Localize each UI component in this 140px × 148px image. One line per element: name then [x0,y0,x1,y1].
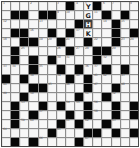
grid-cell[interactable] [102,111,110,119]
grid-cell[interactable] [11,84,19,92]
clue-number: 1 [3,2,5,5]
black-cell [121,65,129,73]
black-cell [66,2,74,10]
black-cell [75,20,83,28]
grid-cell[interactable]: 59 [20,120,28,128]
grid-cell[interactable] [48,93,56,101]
grid-cell[interactable] [130,47,138,55]
clue-number: 19 [39,38,43,41]
grid-cell[interactable] [29,47,37,55]
clue-number: 58 [94,110,98,113]
entered-letter: H [84,20,92,28]
grid-cell[interactable]: 13 [39,20,47,28]
grid-cell[interactable] [93,93,101,101]
black-cell [93,2,101,10]
grid-cell[interactable]: 20 [48,38,56,46]
grid-cell[interactable]: 64 [2,129,10,137]
grid-cell[interactable] [39,129,47,137]
clue-number: 27 [76,47,80,50]
grid-cell[interactable] [121,93,129,101]
grid-cell[interactable]: 7 [112,2,120,10]
black-cell [75,65,83,73]
clue-number: 35 [39,65,43,68]
grid-cell[interactable] [112,75,120,83]
grid-cell[interactable]: 35 [39,65,47,73]
grid-cell[interactable]: 21 [66,38,74,46]
black-cell [11,120,19,128]
clue-number: 21 [66,38,70,41]
clue-number: 12 [3,20,7,23]
clue-number: 53 [21,101,25,104]
grid-cell[interactable]: 61 [66,120,74,128]
black-cell [48,56,56,64]
grid-cell[interactable] [48,65,56,73]
grid-cell[interactable] [121,111,129,119]
grid-cell[interactable] [2,138,10,146]
black-cell [29,84,37,92]
black-cell [102,47,110,55]
grid-cell[interactable] [20,84,28,92]
grid-cell[interactable]: 55 [75,102,83,110]
black-cell [130,29,138,37]
clue-number: 13 [39,20,43,23]
clue-number: 30 [57,56,61,59]
black-cell [130,102,138,110]
black-cell [29,138,37,146]
grid-cell[interactable] [57,138,65,146]
grid-cell[interactable] [2,102,10,110]
black-cell [11,11,19,19]
clue-number: 41 [94,74,98,77]
clue-number: 8 [130,2,132,5]
black-cell [48,29,56,37]
grid-cell[interactable]: 22 [93,38,101,46]
grid-cell[interactable]: 43 [121,75,129,83]
grid-cell[interactable] [102,129,110,137]
clue-number: 64 [3,128,7,131]
grid-cell[interactable] [130,138,138,146]
black-cell [66,47,74,55]
grid-cell[interactable] [29,11,37,19]
clue-number: 61 [66,119,70,122]
black-cell [11,29,19,37]
clue-number: 3 [57,2,59,5]
grid-cell[interactable] [66,138,74,146]
grid-cell[interactable] [39,2,47,10]
grid-cell[interactable] [130,20,138,28]
grid-cell[interactable] [93,29,101,37]
grid-cell[interactable]: H [84,20,92,28]
black-cell [48,129,56,137]
grid-cell[interactable] [75,56,83,64]
grid-cell[interactable]: 54 [66,102,74,110]
grid-cell[interactable]: 1 [2,2,10,10]
clue-number: 52 [112,92,116,95]
grid-cell[interactable] [121,120,129,128]
grid-cell[interactable]: 3 [57,2,65,10]
grid-cell[interactable]: 2 [29,2,37,10]
grid-cell[interactable] [66,20,74,28]
clue-number: 39 [57,74,61,77]
grid-cell[interactable] [66,65,74,73]
black-cell [84,102,92,110]
grid-cell[interactable] [130,84,138,92]
grid-cell[interactable]: 34 [11,65,19,73]
grid-cell[interactable] [48,102,56,110]
black-cell [102,120,110,128]
clue-number: 22 [94,38,98,41]
grid-cell[interactable] [48,2,56,10]
grid-cell[interactable] [20,111,28,119]
clue-number: 43 [121,74,125,77]
grid-cell[interactable]: 58 [93,111,101,119]
grid-cell[interactable] [112,11,120,19]
black-cell [66,75,74,83]
clue-number: 5 [85,2,87,5]
black-cell [93,56,101,64]
grid-cell[interactable] [11,129,19,137]
grid-cell[interactable] [20,138,28,146]
clue-number: 57 [39,110,43,113]
grid-cell[interactable]: 8 [130,2,138,10]
grid-cell[interactable]: 67 [84,138,92,146]
clue-number: 46 [66,83,70,86]
grid-cell[interactable]: 18 [2,38,10,46]
clue-number: 45 [48,83,52,86]
black-cell [84,129,92,137]
grid-cell[interactable]: 12 [2,20,10,28]
grid-cell[interactable]: 46 [66,84,74,92]
black-cell [75,93,83,101]
black-cell [112,84,120,92]
grid-cell[interactable]: 39 [57,75,65,83]
grid-cell[interactable] [93,20,101,28]
clue-number: 38 [30,74,34,77]
black-cell [130,111,138,119]
black-cell [48,11,56,19]
grid-cell[interactable]: 31 [66,56,74,64]
grid-cell[interactable] [11,38,19,46]
grid-cell[interactable] [130,65,138,73]
black-cell [29,65,37,73]
black-cell [112,129,120,137]
grid-cell[interactable] [84,56,92,64]
grid-cell[interactable]: 11 [93,11,101,19]
black-cell [39,11,47,19]
clue-number: 50 [30,92,34,95]
grid-cell[interactable]: 32 [102,56,110,64]
clue-number: 26 [57,47,61,50]
black-cell [39,102,47,110]
grid-cell[interactable] [29,129,37,137]
grid-cell[interactable] [112,138,120,146]
clue-number: 6 [103,2,105,5]
grid-cell[interactable] [121,129,129,137]
entered-letter: G [84,11,92,19]
black-cell [93,129,101,137]
black-cell [93,47,101,55]
clue-number: 37 [94,65,98,68]
clue-number: 54 [66,101,70,104]
grid-cell[interactable]: 30 [57,56,65,64]
black-cell [75,138,83,146]
clue-number: 9 [57,11,59,14]
grid-cell[interactable] [57,93,65,101]
grid-cell[interactable] [57,20,65,28]
grid-cell[interactable]: 17 [75,29,83,37]
grid-cell[interactable]: 27 [75,47,83,55]
black-cell [29,56,37,64]
grid-cell[interactable] [57,84,65,92]
grid-cell[interactable] [39,29,47,37]
black-cell [20,75,28,83]
grid-cell[interactable] [66,129,74,137]
grid-cell[interactable] [20,65,28,73]
black-cell [11,111,19,119]
clue-number: 65 [57,128,61,131]
grid-cell[interactable]: 24 [130,38,138,46]
black-cell [112,102,120,110]
black-cell [75,120,83,128]
grid-cell[interactable] [121,47,129,55]
clue-number: 55 [76,101,80,104]
grid-cell[interactable]: 23 [121,38,129,46]
grid-cell[interactable] [130,120,138,128]
clue-number: 49 [3,92,7,95]
grid-cell[interactable] [130,11,138,19]
clue-number: 7 [112,2,114,5]
grid-cell[interactable] [130,93,138,101]
grid-cell[interactable]: 63 [112,120,120,128]
grid-cell[interactable]: 4 [75,2,83,10]
grid-cell[interactable] [93,138,101,146]
grid-cell[interactable] [48,75,56,83]
clue-number: 23 [121,38,125,41]
grid-cell[interactable] [75,38,83,46]
black-cell [20,38,28,46]
black-cell [112,29,120,37]
grid-cell[interactable] [66,93,74,101]
black-cell [11,138,19,146]
grid-cell[interactable]: 26 [57,47,65,55]
clue-number: 63 [112,119,116,122]
grid-cell[interactable] [130,56,138,64]
grid-cell[interactable]: 50 [29,93,37,101]
black-cell [84,111,92,119]
clue-number: 36 [85,65,89,68]
grid-cell[interactable]: 9 [57,11,65,19]
grid-cell[interactable] [57,111,65,119]
clue-number: 60 [30,119,34,122]
black-cell [11,47,19,55]
grid-cell[interactable] [11,20,19,28]
grid-cell[interactable]: 15 [121,20,129,28]
grid-cell[interactable] [102,29,110,37]
black-cell [11,102,19,110]
black-cell [57,38,65,46]
clue-number: 28 [85,47,89,50]
grid-cell[interactable]: 66 [39,138,47,146]
grid-cell[interactable] [20,2,28,10]
grid-cell[interactable] [75,129,83,137]
grid-cell[interactable]: 37 [93,65,101,73]
grid-cell[interactable]: 33 [2,65,10,73]
grid-cell[interactable]: 53 [20,102,28,110]
grid-cell[interactable] [2,29,10,37]
grid-cell[interactable] [102,38,110,46]
grid-cell[interactable]: 47 [93,84,101,92]
black-cell [84,84,92,92]
clue-number: 16 [30,29,34,32]
grid-cell[interactable] [29,102,37,110]
grid-cell[interactable]: 56 [93,102,101,110]
grid-cell[interactable] [11,75,19,83]
grid-cell[interactable] [48,20,56,28]
black-cell [66,111,74,119]
grid-cell[interactable] [20,56,28,64]
grid-cell[interactable] [102,138,110,146]
black-cell [57,65,65,73]
crossword-board: 12345Y678910G111213H14151617K18192021222… [0,0,140,148]
clue-number: 15 [121,20,125,23]
grid-cell[interactable]: 42 [102,75,110,83]
grid-cell[interactable]: 6 [102,2,110,10]
black-cell [29,111,37,119]
grid-cell[interactable] [48,111,56,119]
grid-cell[interactable] [102,84,110,92]
grid-cell[interactable]: 62 [84,120,92,128]
grid-cell[interactable]: 44 [2,84,10,92]
grid-cell[interactable]: K [84,29,92,37]
grid-cell[interactable] [48,138,56,146]
clue-number: 32 [103,56,107,59]
grid-cell[interactable]: 51 [84,93,92,101]
grid-cell[interactable]: 10 [66,11,74,19]
grid-cell[interactable] [39,75,47,83]
grid-cell[interactable] [11,93,19,101]
clue-number: 4 [76,2,78,5]
grid-cell[interactable]: 48 [121,84,129,92]
grid-cell[interactable] [2,111,10,119]
clue-number: 62 [85,119,89,122]
grid-cell[interactable] [39,93,47,101]
clue-number: 42 [103,74,107,77]
grid-cell[interactable] [93,120,101,128]
grid-cell[interactable] [48,47,56,55]
black-cell [57,120,65,128]
grid-cell[interactable] [75,84,83,92]
grid-cell[interactable]: 5Y [84,2,92,10]
clue-number: 20 [48,38,52,41]
grid-cell[interactable] [121,29,129,37]
grid-cell[interactable]: 16 [29,29,37,37]
black-cell [130,129,138,137]
black-cell [29,38,37,46]
grid-cell[interactable] [102,102,110,110]
clue-number: 2 [30,2,32,5]
grid-cell[interactable] [121,2,129,10]
clue-number: 25 [21,47,25,50]
black-cell [11,56,19,64]
black-cell [20,29,28,37]
grid-cell[interactable] [57,29,65,37]
clue-number: 33 [3,65,7,68]
grid-cell[interactable] [2,56,10,64]
clue-number: 40 [76,74,80,77]
grid-cell[interactable]: 49 [2,93,10,101]
grid-cell[interactable]: 19 [39,38,47,46]
grid-cell[interactable] [20,129,28,137]
grid-cell[interactable]: 52 [112,93,120,101]
grid-cell[interactable]: 45 [48,84,56,92]
clue-number: 11 [94,11,98,14]
grid-cell[interactable]: G [84,11,92,19]
grid-cell[interactable] [2,47,10,55]
clue-number: 14 [103,20,107,23]
black-cell [66,29,74,37]
grid-cell[interactable]: 57 [39,111,47,119]
black-cell [112,111,120,119]
grid-cell[interactable] [121,138,129,146]
grid-cell[interactable]: 38 [29,75,37,83]
grid-cell[interactable]: 60 [29,120,37,128]
clue-number: 10 [66,11,70,14]
grid-cell[interactable]: 36 [84,65,92,73]
black-cell [2,75,10,83]
grid-cell[interactable] [75,11,83,19]
black-cell [102,65,110,73]
grid-cell[interactable]: 25 [20,47,28,55]
grid-cell[interactable] [112,65,120,73]
black-cell [84,38,92,46]
grid-cell[interactable] [20,20,28,28]
grid-cell[interactable] [48,120,56,128]
grid-cell[interactable] [39,47,47,55]
grid-cell[interactable] [121,102,129,110]
grid-cell[interactable] [39,56,47,64]
clue-number: 48 [121,83,125,86]
black-cell [84,75,92,83]
grid-cell[interactable] [2,11,10,19]
grid-cell[interactable]: 29 [112,47,120,55]
black-cell [112,20,120,28]
grid-cell[interactable]: 65 [57,129,65,137]
black-cell [20,11,28,19]
clue-number: 44 [3,83,7,86]
grid-cell[interactable] [130,75,138,83]
entered-letter: Y [84,2,92,10]
grid-cell[interactable]: 28 [84,47,92,55]
grid-cell[interactable] [112,56,120,64]
grid-cell[interactable] [29,20,37,28]
clue-number: 34 [12,65,16,68]
clue-number: 29 [112,47,116,50]
grid-cell[interactable] [2,120,10,128]
grid-cell[interactable] [39,120,47,128]
grid-cell[interactable]: 41 [93,75,101,83]
clue-number: 56 [94,101,98,104]
grid-cell[interactable]: 40 [75,75,83,83]
grid-cell[interactable] [121,56,129,64]
black-cell [121,11,129,19]
clue-number: 31 [66,56,70,59]
grid-cell[interactable] [11,2,19,10]
black-cell [112,38,120,46]
black-cell [20,93,28,101]
grid-cell[interactable] [75,111,83,119]
grid-cell[interactable]: 14 [102,20,110,28]
clue-number: 17 [76,29,80,32]
